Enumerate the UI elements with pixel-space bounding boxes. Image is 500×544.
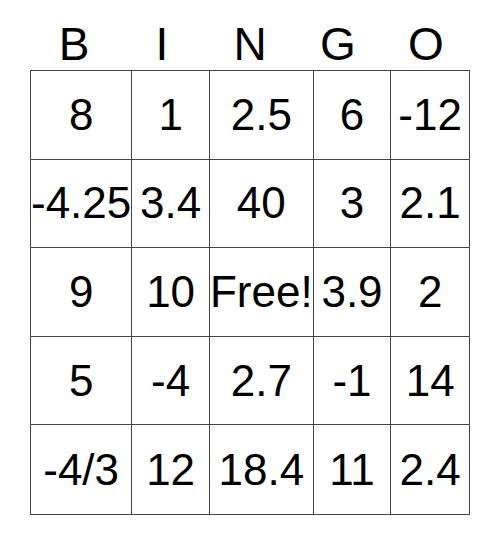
bingo-cell-r2c2[interactable]: 3.4	[132, 160, 210, 249]
bingo-cell-r1c5[interactable]: -12	[391, 71, 469, 160]
bingo-cell-r4c3[interactable]: 2.7	[210, 337, 314, 426]
bingo-cell-r1c2[interactable]: 1	[132, 71, 210, 160]
bingo-header-letter-o: O	[382, 21, 470, 70]
bingo-cell-r2c3[interactable]: 40	[210, 160, 314, 249]
bingo-cell-r4c1[interactable]: 5	[31, 337, 132, 426]
bingo-cell-r4c4[interactable]: -1	[314, 337, 392, 426]
bingo-cell-r5c2[interactable]: 12	[132, 425, 210, 514]
bingo-cell-r3c1[interactable]: 9	[31, 248, 132, 337]
bingo-cell-r2c1[interactable]: -4.25	[31, 160, 132, 249]
bingo-cell-r5c3[interactable]: 18.4	[210, 425, 314, 514]
bingo-cell-r2c4[interactable]: 3	[314, 160, 392, 249]
bingo-cell-r5c5[interactable]: 2.4	[391, 425, 469, 514]
bingo-card: B I N G O 8 1 2.5 6 -12 -4.25 3.4 40 3 2…	[30, 0, 470, 515]
bingo-cell-r1c1[interactable]: 8	[31, 71, 132, 160]
bingo-cell-free[interactable]: Free!	[210, 248, 314, 337]
bingo-cell-r3c5[interactable]: 2	[391, 248, 469, 337]
bingo-header-letter-b: B	[30, 21, 118, 70]
bingo-cell-r3c4[interactable]: 3.9	[314, 248, 392, 337]
bingo-cell-r5c4[interactable]: 11	[314, 425, 392, 514]
bingo-cell-r2c5[interactable]: 2.1	[391, 160, 469, 249]
bingo-header-letter-n: N	[206, 21, 294, 70]
bingo-header-letter-i: I	[118, 21, 206, 70]
bingo-cell-r1c3[interactable]: 2.5	[210, 71, 314, 160]
bingo-header-letter-g: G	[294, 21, 382, 70]
bingo-cell-r3c2[interactable]: 10	[132, 248, 210, 337]
bingo-cell-r5c1[interactable]: -4/3	[31, 425, 132, 514]
bingo-cell-r4c2[interactable]: -4	[132, 337, 210, 426]
bingo-header: B I N G O	[30, 0, 470, 70]
bingo-cell-r4c5[interactable]: 14	[391, 337, 469, 426]
bingo-cell-r1c4[interactable]: 6	[314, 71, 392, 160]
bingo-board: 8 1 2.5 6 -12 -4.25 3.4 40 3 2.1 9 10 Fr…	[30, 70, 470, 515]
